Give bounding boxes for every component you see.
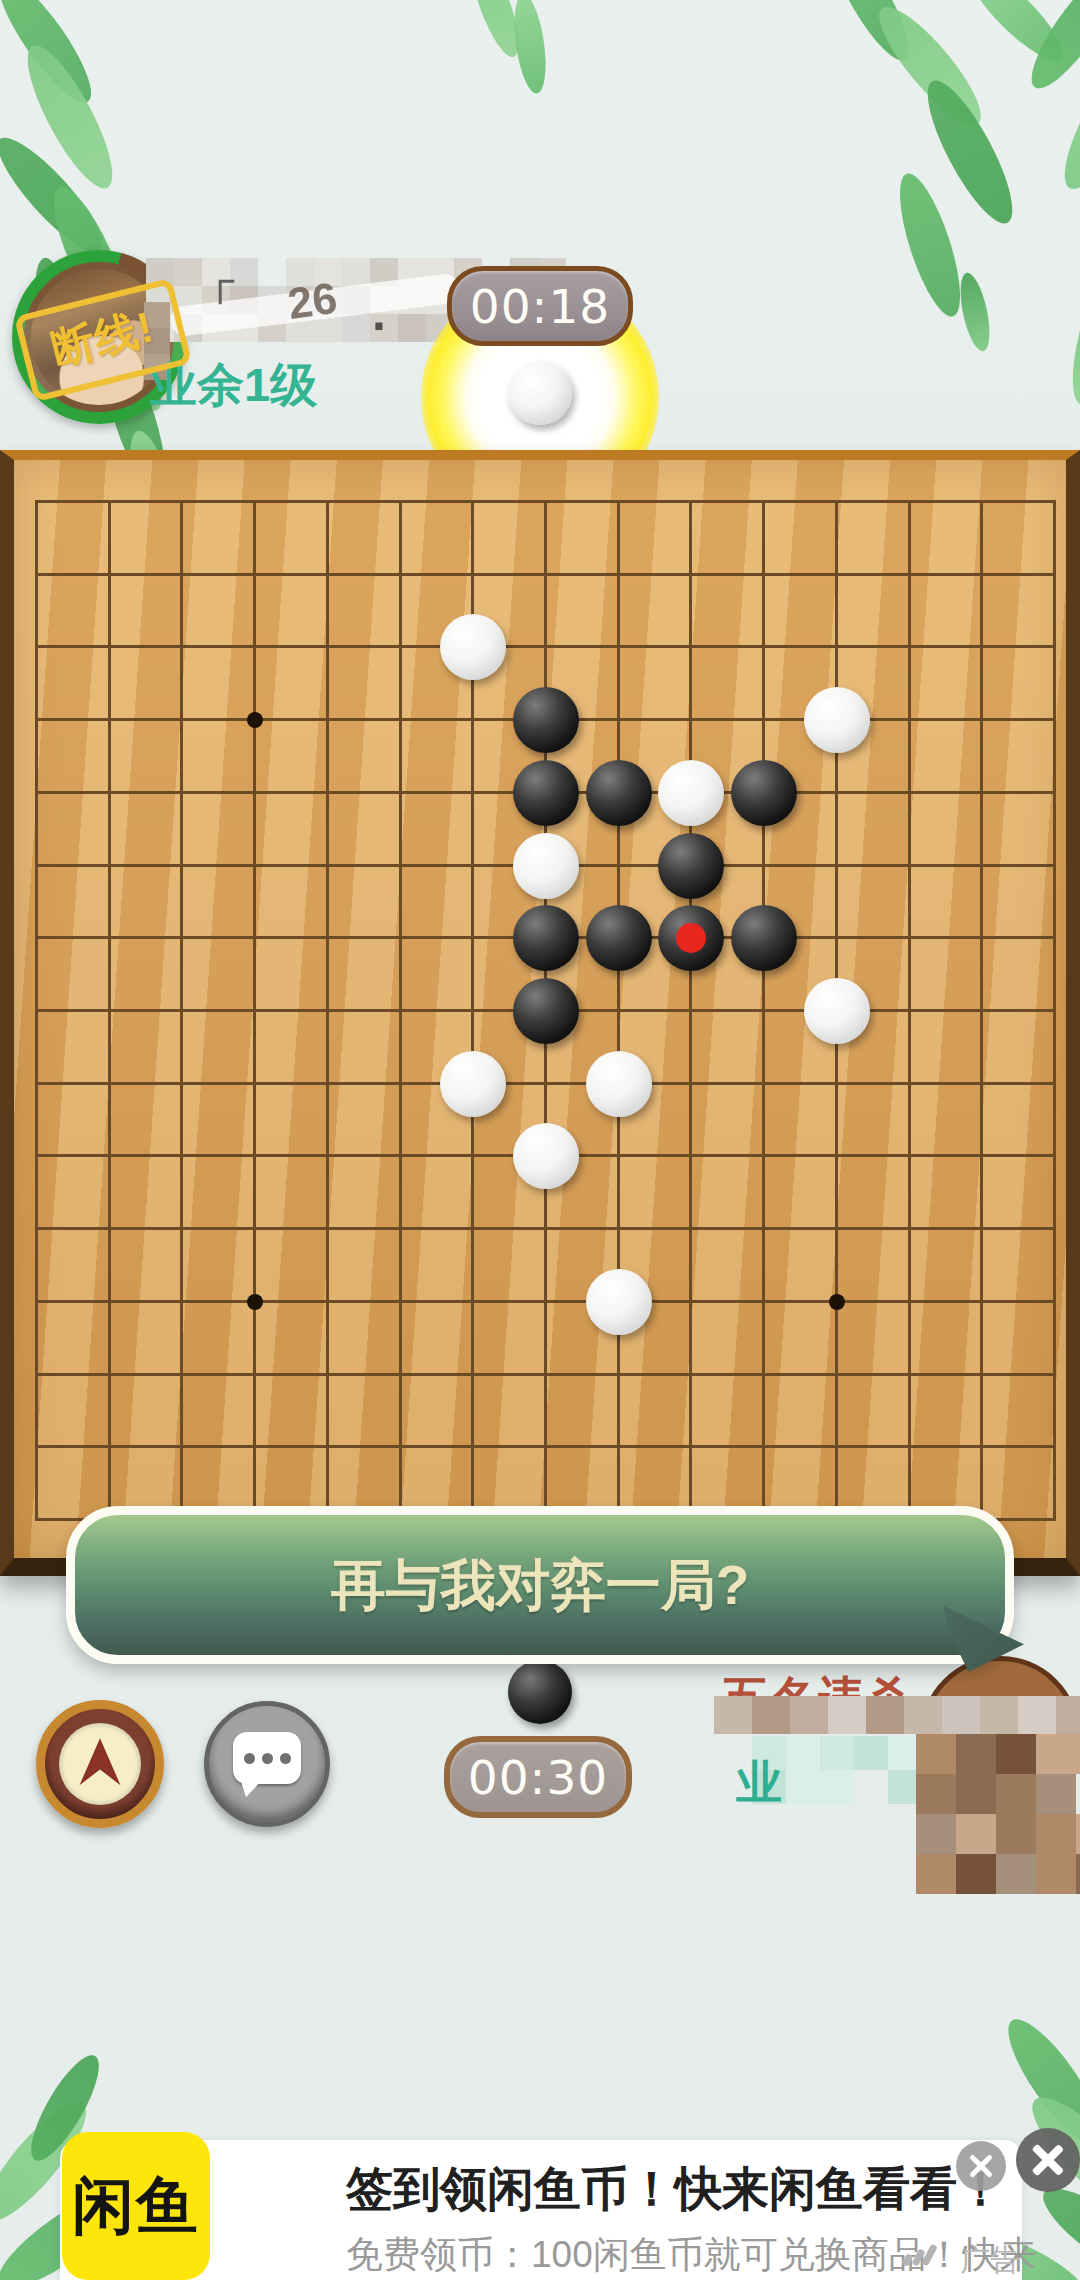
opponent-name-fragment: 26	[285, 273, 340, 329]
bottom-avatar-mosaic	[916, 1734, 1080, 1894]
speech-bubble: 再与我对弈一局?	[66, 1506, 1014, 1664]
banner-close-icon[interactable]	[1016, 2128, 1080, 2192]
bamboo-leaf-icon	[888, 167, 972, 322]
black-stone	[658, 833, 724, 899]
last-move-marker	[676, 923, 706, 953]
white-stone	[513, 1123, 579, 1189]
ad-provider-icon	[904, 2244, 933, 2266]
player-black-stone-indicator	[508, 1660, 572, 1724]
white-stone	[658, 760, 724, 826]
bamboo-leaf-icon	[955, 270, 995, 353]
black-stone	[513, 978, 579, 1044]
up-arrow-icon	[73, 1735, 127, 1791]
white-stone	[513, 833, 579, 899]
arrow-action-button[interactable]	[36, 1700, 164, 1828]
white-stone	[586, 1051, 652, 1117]
speech-bubble-text: 再与我对弈一局?	[75, 1515, 1005, 1655]
arrow-button-disc	[59, 1723, 141, 1805]
chat-button[interactable]	[204, 1701, 330, 1827]
bamboo-leaf-icon	[509, 0, 551, 95]
player-rank-label: 业	[736, 1752, 782, 1814]
xianyu-logo[interactable]: 闲鱼	[62, 2132, 210, 2280]
bottom-name-bar-mosaic	[714, 1696, 1080, 1734]
black-stone	[513, 905, 579, 971]
black-stone	[731, 905, 797, 971]
opponent-timer: 00:18	[447, 266, 633, 346]
white-stone	[440, 1051, 506, 1117]
chat-bubble-icon	[233, 1732, 301, 1784]
chat-dot	[280, 1753, 291, 1764]
ad-title: 签到领闲鱼币！快来闲鱼看看！	[346, 2158, 1004, 2221]
black-stone	[586, 905, 652, 971]
bamboo-leaf-icon	[866, 0, 995, 137]
chat-dot	[244, 1753, 255, 1764]
star-point	[829, 1294, 845, 1310]
chat-dot	[262, 1753, 273, 1764]
ad-label: 广告	[960, 2240, 1020, 2280]
white-stone	[804, 978, 870, 1044]
bamboo-leaf-icon	[1063, 269, 1080, 409]
white-stone	[586, 1269, 652, 1335]
black-stone	[586, 760, 652, 826]
black-stone	[731, 760, 797, 826]
game-screen: 断线! 「 26 . 业余1级 00:18 再与我对弈一局? 00:30 五名违…	[0, 0, 1080, 2280]
ad-close-icon[interactable]	[956, 2141, 1006, 2191]
black-stone	[513, 687, 579, 753]
opponent-white-stone-indicator	[508, 361, 572, 425]
player-timer: 00:30	[444, 1736, 632, 1818]
star-point	[247, 1294, 263, 1310]
opponent-name-fragment: .	[372, 284, 386, 342]
white-stone	[804, 687, 870, 753]
opponent-name-fragment: 「	[192, 272, 238, 334]
black-stone	[513, 760, 579, 826]
